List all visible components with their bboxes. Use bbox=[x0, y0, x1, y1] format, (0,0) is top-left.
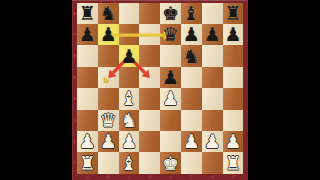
square-h5 bbox=[223, 67, 244, 88]
black-pawn: ♟ bbox=[119, 45, 140, 66]
square-f7: ♟ bbox=[181, 24, 202, 45]
square-b1 bbox=[98, 152, 119, 173]
square-f2: ♟ bbox=[181, 131, 202, 152]
rank-label-3: 3 bbox=[72, 110, 77, 131]
square-g8 bbox=[202, 3, 223, 24]
move-marker: b bbox=[104, 77, 109, 85]
white-pawn: ♟ bbox=[160, 88, 181, 109]
black-queen: ♛ bbox=[160, 24, 181, 45]
file-label-f: f bbox=[181, 174, 202, 180]
square-b2: ♟ bbox=[98, 131, 119, 152]
square-g7: ♟ bbox=[202, 24, 223, 45]
black-rook: ♜ bbox=[77, 3, 98, 24]
square-e1: ♚ bbox=[160, 152, 181, 173]
square-h7: ♟ bbox=[223, 24, 244, 45]
square-c4: ♝ bbox=[119, 88, 140, 109]
square-a3 bbox=[77, 110, 98, 131]
square-a6 bbox=[77, 45, 98, 66]
white-pawn: ♟ bbox=[223, 131, 244, 152]
black-pawn: ♟ bbox=[77, 24, 98, 45]
square-g3 bbox=[202, 110, 223, 131]
square-c5 bbox=[119, 67, 140, 88]
square-b3: ♛ bbox=[98, 110, 119, 131]
file-label-h: h bbox=[223, 174, 244, 180]
square-f3 bbox=[181, 110, 202, 131]
chess-board: ♜♞♚♝♜♟♟♛♟♟♟♟♞♟♝♟♛♞♟♟♟♟♟♟♜♝♚♜ b bbox=[77, 3, 243, 174]
white-pawn: ♟ bbox=[119, 131, 140, 152]
square-f8: ♝ bbox=[181, 3, 202, 24]
square-f5 bbox=[181, 67, 202, 88]
square-g1 bbox=[202, 152, 223, 173]
white-bishop: ♝ bbox=[119, 88, 140, 109]
square-g5 bbox=[202, 67, 223, 88]
white-bishop: ♝ bbox=[119, 152, 140, 173]
black-pawn: ♟ bbox=[98, 24, 119, 45]
black-pawn: ♟ bbox=[160, 67, 181, 88]
letterbox-left bbox=[0, 0, 72, 180]
rank-label-6: 6 bbox=[72, 45, 77, 66]
square-e6 bbox=[160, 45, 181, 66]
square-a5 bbox=[77, 67, 98, 88]
square-a2: ♟ bbox=[77, 131, 98, 152]
square-d2 bbox=[139, 131, 160, 152]
square-h8: ♜ bbox=[223, 3, 244, 24]
square-d7 bbox=[139, 24, 160, 45]
file-label-e: e bbox=[160, 174, 181, 180]
file-label-g: g bbox=[202, 174, 223, 180]
white-pawn: ♟ bbox=[77, 131, 98, 152]
square-e8: ♚ bbox=[160, 3, 181, 24]
white-pawn: ♟ bbox=[181, 131, 202, 152]
square-d5 bbox=[139, 67, 160, 88]
white-pawn: ♟ bbox=[202, 131, 223, 152]
square-g2: ♟ bbox=[202, 131, 223, 152]
chess-board-frame: ♜♞♚♝♜♟♟♛♟♟♟♟♞♟♝♟♛♞♟♟♟♟♟♟♜♝♚♜ b 87654321a… bbox=[72, 0, 248, 180]
letterbox-right bbox=[249, 0, 320, 180]
square-f6: ♞ bbox=[181, 45, 202, 66]
square-h6 bbox=[223, 45, 244, 66]
file-label-a: a bbox=[77, 174, 98, 180]
square-e4: ♟ bbox=[160, 88, 181, 109]
white-rook: ♜ bbox=[77, 152, 98, 173]
black-rook: ♜ bbox=[223, 3, 244, 24]
square-g4 bbox=[202, 88, 223, 109]
file-label-d: d bbox=[139, 174, 160, 180]
rank-label-5: 5 bbox=[72, 67, 77, 88]
squares-grid: ♜♞♚♝♜♟♟♛♟♟♟♟♞♟♝♟♛♞♟♟♟♟♟♟♜♝♚♜ bbox=[77, 3, 243, 174]
square-c7 bbox=[119, 24, 140, 45]
square-c6: ♟ bbox=[119, 45, 140, 66]
square-d1 bbox=[139, 152, 160, 173]
black-knight: ♞ bbox=[98, 3, 119, 24]
square-b6 bbox=[98, 45, 119, 66]
black-pawn: ♟ bbox=[223, 24, 244, 45]
file-label-b: b bbox=[98, 174, 119, 180]
square-f4 bbox=[181, 88, 202, 109]
square-a7: ♟ bbox=[77, 24, 98, 45]
square-e2 bbox=[160, 131, 181, 152]
square-c8 bbox=[119, 3, 140, 24]
square-g6 bbox=[202, 45, 223, 66]
square-d8 bbox=[139, 3, 160, 24]
square-d3 bbox=[139, 110, 160, 131]
square-a4 bbox=[77, 88, 98, 109]
black-knight: ♞ bbox=[181, 45, 202, 66]
black-king: ♚ bbox=[160, 3, 181, 24]
black-bishop: ♝ bbox=[181, 3, 202, 24]
square-a1: ♜ bbox=[77, 152, 98, 173]
square-h1: ♜ bbox=[223, 152, 244, 173]
square-h2: ♟ bbox=[223, 131, 244, 152]
black-pawn: ♟ bbox=[181, 24, 202, 45]
rank-label-4: 4 bbox=[72, 88, 77, 109]
square-b8: ♞ bbox=[98, 3, 119, 24]
square-f1 bbox=[181, 152, 202, 173]
file-label-c: c bbox=[119, 174, 140, 180]
square-e3 bbox=[160, 110, 181, 131]
square-e5: ♟ bbox=[160, 67, 181, 88]
square-h3 bbox=[223, 110, 244, 131]
video-frame: ♜♞♚♝♜♟♟♛♟♟♟♟♞♟♝♟♛♞♟♟♟♟♟♟♜♝♚♜ b 87654321a… bbox=[0, 0, 320, 180]
square-d4 bbox=[139, 88, 160, 109]
square-b7: ♟ bbox=[98, 24, 119, 45]
square-c2: ♟ bbox=[119, 131, 140, 152]
square-e7: ♛ bbox=[160, 24, 181, 45]
white-rook: ♜ bbox=[223, 152, 244, 173]
white-queen: ♛ bbox=[98, 110, 119, 131]
square-c1: ♝ bbox=[119, 152, 140, 173]
square-c3: ♞ bbox=[119, 110, 140, 131]
square-a8: ♜ bbox=[77, 3, 98, 24]
white-king: ♚ bbox=[160, 152, 181, 173]
square-b4 bbox=[98, 88, 119, 109]
square-d6 bbox=[139, 45, 160, 66]
black-pawn: ♟ bbox=[202, 24, 223, 45]
square-h4 bbox=[223, 88, 244, 109]
white-pawn: ♟ bbox=[98, 131, 119, 152]
white-knight: ♞ bbox=[119, 110, 140, 131]
